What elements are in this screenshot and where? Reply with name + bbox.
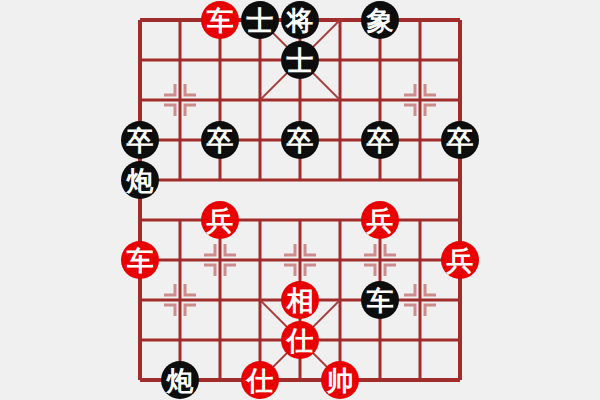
board-point-d6[interactable] bbox=[240, 160, 280, 200]
piece-black-soldier[interactable]: 卒 bbox=[121, 121, 159, 159]
board-point-i8[interactable] bbox=[440, 80, 480, 120]
piece-glyph: 车 bbox=[367, 287, 394, 314]
piece-black-advisor[interactable]: 士 bbox=[281, 41, 319, 79]
piece-black-soldier[interactable]: 卒 bbox=[281, 121, 319, 159]
piece-black-soldier[interactable]: 卒 bbox=[201, 121, 239, 159]
piece-black-chariot[interactable]: 车 bbox=[361, 281, 399, 319]
piece-glyph: 兵 bbox=[207, 207, 234, 234]
board-point-a10[interactable] bbox=[120, 0, 160, 40]
board-point-g2[interactable] bbox=[360, 320, 400, 360]
board-point-a7[interactable]: 卒 bbox=[120, 120, 160, 160]
piece-black-soldier[interactable]: 卒 bbox=[361, 121, 399, 159]
board-point-c2[interactable] bbox=[200, 320, 240, 360]
board-point-i6[interactable] bbox=[440, 160, 480, 200]
board-point-e10[interactable]: 将 bbox=[280, 0, 320, 40]
board-point-a6[interactable]: 炮 bbox=[120, 160, 160, 200]
board-point-b3[interactable] bbox=[160, 280, 200, 320]
board-point-c3[interactable] bbox=[200, 280, 240, 320]
board-point-c6[interactable] bbox=[200, 160, 240, 200]
board-point-e5[interactable] bbox=[280, 200, 320, 240]
board-point-b9[interactable] bbox=[160, 40, 200, 80]
board-point-e3[interactable]: 相 bbox=[280, 280, 320, 320]
board-point-a2[interactable] bbox=[120, 320, 160, 360]
piece-red-soldier[interactable]: 兵 bbox=[441, 241, 479, 279]
piece-glyph: 仕 bbox=[287, 327, 314, 354]
piece-black-soldier[interactable]: 卒 bbox=[441, 121, 479, 159]
piece-black-elephant[interactable]: 象 bbox=[361, 1, 399, 39]
piece-glyph: 兵 bbox=[367, 207, 394, 234]
board-point-e9[interactable]: 士 bbox=[280, 40, 320, 80]
piece-glyph: 帅 bbox=[327, 367, 354, 394]
board-point-a3[interactable] bbox=[120, 280, 160, 320]
board-point-d9[interactable] bbox=[240, 40, 280, 80]
piece-black-advisor[interactable]: 士 bbox=[241, 1, 279, 39]
board-point-b5[interactable] bbox=[160, 200, 200, 240]
board-point-d5[interactable] bbox=[240, 200, 280, 240]
board-point-g8[interactable] bbox=[360, 80, 400, 120]
piece-red-soldier[interactable]: 兵 bbox=[201, 201, 239, 239]
piece-red-advisor[interactable]: 仕 bbox=[281, 321, 319, 359]
board-point-b6[interactable] bbox=[160, 160, 200, 200]
board-point-h9[interactable] bbox=[400, 40, 440, 80]
piece-red-chariot[interactable]: 车 bbox=[201, 1, 239, 39]
piece-glyph: 象 bbox=[367, 7, 394, 34]
piece-red-general[interactable]: 帅 bbox=[321, 361, 359, 399]
board-point-i1[interactable] bbox=[440, 360, 480, 400]
piece-glyph: 车 bbox=[127, 247, 154, 274]
board-point-i3[interactable] bbox=[440, 280, 480, 320]
board-point-h6[interactable] bbox=[400, 160, 440, 200]
board-point-f5[interactable] bbox=[320, 200, 360, 240]
board-point-c7[interactable]: 卒 bbox=[200, 120, 240, 160]
board-point-b1[interactable]: 炮 bbox=[160, 360, 200, 400]
board-point-b8[interactable] bbox=[160, 80, 200, 120]
board-point-b10[interactable] bbox=[160, 0, 200, 40]
board-point-i10[interactable] bbox=[440, 0, 480, 40]
board-point-f6[interactable] bbox=[320, 160, 360, 200]
board-point-a1[interactable] bbox=[120, 360, 160, 400]
board-point-a5[interactable] bbox=[120, 200, 160, 240]
board-point-i9[interactable] bbox=[440, 40, 480, 80]
board-point-i7[interactable]: 卒 bbox=[440, 120, 480, 160]
board-point-e8[interactable] bbox=[280, 80, 320, 120]
piece-red-soldier[interactable]: 兵 bbox=[361, 201, 399, 239]
piece-glyph: 相 bbox=[287, 287, 314, 314]
piece-glyph: 卒 bbox=[367, 127, 394, 154]
board-point-f2[interactable] bbox=[320, 320, 360, 360]
piece-black-general[interactable]: 将 bbox=[281, 1, 319, 39]
board-point-g6[interactable] bbox=[360, 160, 400, 200]
board-point-d7[interactable] bbox=[240, 120, 280, 160]
board-point-e7[interactable]: 卒 bbox=[280, 120, 320, 160]
piece-glyph: 卒 bbox=[287, 127, 314, 154]
board-point-g9[interactable] bbox=[360, 40, 400, 80]
piece-red-chariot[interactable]: 车 bbox=[121, 241, 159, 279]
board-point-c5[interactable]: 兵 bbox=[200, 200, 240, 240]
board-point-g4[interactable] bbox=[360, 240, 400, 280]
board-point-d3[interactable] bbox=[240, 280, 280, 320]
piece-glyph: 卒 bbox=[207, 127, 234, 154]
piece-glyph: 士 bbox=[247, 7, 274, 34]
board-point-f8[interactable] bbox=[320, 80, 360, 120]
board-point-c9[interactable] bbox=[200, 40, 240, 80]
piece-red-elephant[interactable]: 相 bbox=[281, 281, 319, 319]
board-point-b4[interactable] bbox=[160, 240, 200, 280]
board-point-a4[interactable]: 车 bbox=[120, 240, 160, 280]
board-point-a8[interactable] bbox=[120, 80, 160, 120]
board-point-e1[interactable] bbox=[280, 360, 320, 400]
piece-glyph: 仕 bbox=[247, 367, 274, 394]
board-point-h5[interactable] bbox=[400, 200, 440, 240]
board-point-f4[interactable] bbox=[320, 240, 360, 280]
board-point-g10[interactable]: 象 bbox=[360, 0, 400, 40]
board-point-e4[interactable] bbox=[280, 240, 320, 280]
board-point-e6[interactable] bbox=[280, 160, 320, 200]
piece-red-advisor[interactable]: 仕 bbox=[241, 361, 279, 399]
board-point-b7[interactable] bbox=[160, 120, 200, 160]
board-point-e2[interactable]: 仕 bbox=[280, 320, 320, 360]
board-point-f9[interactable] bbox=[320, 40, 360, 80]
board-point-c10[interactable]: 车 bbox=[200, 0, 240, 40]
piece-glyph: 将 bbox=[287, 7, 314, 34]
board-point-c8[interactable] bbox=[200, 80, 240, 120]
xiangqi-diagram: 车士将象士卒卒卒卒卒炮兵兵车兵相车仕炮仕帅 bbox=[0, 0, 600, 400]
board-point-g1[interactable] bbox=[360, 360, 400, 400]
board-point-i2[interactable] bbox=[440, 320, 480, 360]
board-point-h4[interactable] bbox=[400, 240, 440, 280]
board-point-f1[interactable]: 帅 bbox=[320, 360, 360, 400]
board-point-d8[interactable] bbox=[240, 80, 280, 120]
board-point-f3[interactable] bbox=[320, 280, 360, 320]
board-point-g7[interactable]: 卒 bbox=[360, 120, 400, 160]
piece-black-cannon[interactable]: 炮 bbox=[161, 361, 199, 399]
board-point-c4[interactable] bbox=[200, 240, 240, 280]
board-point-b2[interactable] bbox=[160, 320, 200, 360]
board-point-g5[interactable]: 兵 bbox=[360, 200, 400, 240]
board-point-d1[interactable]: 仕 bbox=[240, 360, 280, 400]
board-point-f10[interactable] bbox=[320, 0, 360, 40]
piece-black-cannon[interactable]: 炮 bbox=[121, 161, 159, 199]
board-point-h3[interactable] bbox=[400, 280, 440, 320]
board-point-g3[interactable]: 车 bbox=[360, 280, 400, 320]
board-point-a9[interactable] bbox=[120, 40, 160, 80]
board-point-d2[interactable] bbox=[240, 320, 280, 360]
board-point-h8[interactable] bbox=[400, 80, 440, 120]
board-point-d10[interactable]: 士 bbox=[240, 0, 280, 40]
board-point-c1[interactable] bbox=[200, 360, 240, 400]
board-point-i5[interactable] bbox=[440, 200, 480, 240]
board-point-h10[interactable] bbox=[400, 0, 440, 40]
piece-glyph: 士 bbox=[287, 47, 314, 74]
board-point-h7[interactable] bbox=[400, 120, 440, 160]
piece-glyph: 卒 bbox=[447, 127, 474, 154]
piece-glyph: 车 bbox=[207, 7, 234, 34]
piece-glyph: 炮 bbox=[127, 167, 154, 194]
board-point-h2[interactable] bbox=[400, 320, 440, 360]
piece-glyph: 兵 bbox=[447, 247, 474, 274]
board-point-i4[interactable]: 兵 bbox=[440, 240, 480, 280]
piece-glyph: 炮 bbox=[167, 367, 194, 394]
board-point-d4[interactable] bbox=[240, 240, 280, 280]
board-point-h1[interactable] bbox=[400, 360, 440, 400]
piece-glyph: 卒 bbox=[127, 127, 154, 154]
board-point-f7[interactable] bbox=[320, 120, 360, 160]
xiangqi-board: 车士将象士卒卒卒卒卒炮兵兵车兵相车仕炮仕帅 bbox=[120, 0, 480, 400]
